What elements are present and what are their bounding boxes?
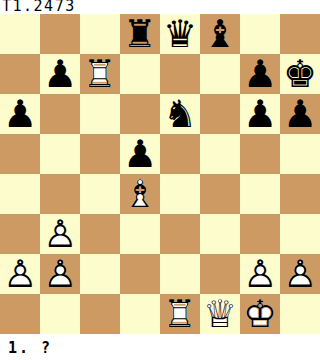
square-b6[interactable]	[40, 94, 80, 134]
white-pawn-outline: ♙	[40, 214, 80, 254]
piece-white-bishop[interactable]: ♝♗	[120, 174, 160, 214]
square-e8[interactable]: ♛	[160, 14, 200, 54]
square-e1[interactable]: ♜♖	[160, 294, 200, 334]
piece-white-king[interactable]: ♚♔	[240, 294, 280, 334]
square-f3[interactable]	[200, 214, 240, 254]
square-a5[interactable]	[0, 134, 40, 174]
square-e2[interactable]	[160, 254, 200, 294]
piece-white-rook[interactable]: ♜♖	[80, 54, 120, 94]
square-a2[interactable]: ♟♙	[0, 254, 40, 294]
square-g6[interactable]: ♟	[240, 94, 280, 134]
piece-black-pawn[interactable]: ♟	[40, 54, 80, 94]
square-d6[interactable]	[120, 94, 160, 134]
square-f6[interactable]	[200, 94, 240, 134]
white-queen-outline: ♕	[200, 294, 240, 334]
piece-black-pawn[interactable]: ♟	[120, 134, 160, 174]
square-h8[interactable]	[280, 14, 320, 54]
square-e5[interactable]	[160, 134, 200, 174]
square-e7[interactable]	[160, 54, 200, 94]
square-d1[interactable]	[120, 294, 160, 334]
piece-black-rook[interactable]: ♜	[120, 14, 160, 54]
white-king-outline: ♔	[240, 294, 280, 334]
piece-white-pawn[interactable]: ♟♙	[40, 254, 80, 294]
square-c4[interactable]	[80, 174, 120, 214]
square-h1[interactable]	[280, 294, 320, 334]
square-b7[interactable]: ♟	[40, 54, 80, 94]
chess-puzzle-app: T1.2473 ♜♛♝♟♜♖♟♚♟♞♟♟♟♝♗♟♙♟♙♟♙♟♙♟♙♜♖♛♕♚♔ …	[0, 0, 320, 360]
white-rook-outline: ♖	[80, 54, 120, 94]
square-g4[interactable]	[240, 174, 280, 214]
square-c7[interactable]: ♜♖	[80, 54, 120, 94]
square-a8[interactable]	[0, 14, 40, 54]
square-h3[interactable]	[280, 214, 320, 254]
square-c6[interactable]	[80, 94, 120, 134]
piece-black-pawn[interactable]: ♟	[0, 94, 40, 134]
white-pawn-outline: ♙	[0, 254, 40, 294]
white-bishop-outline: ♗	[120, 174, 160, 214]
square-c1[interactable]	[80, 294, 120, 334]
piece-white-pawn[interactable]: ♟♙	[40, 214, 80, 254]
square-g8[interactable]	[240, 14, 280, 54]
square-d5[interactable]: ♟	[120, 134, 160, 174]
piece-black-king[interactable]: ♚	[280, 54, 320, 94]
piece-black-pawn[interactable]: ♟	[280, 94, 320, 134]
square-e6[interactable]: ♞	[160, 94, 200, 134]
square-b4[interactable]	[40, 174, 80, 214]
square-g3[interactable]	[240, 214, 280, 254]
piece-black-pawn[interactable]: ♟	[240, 94, 280, 134]
chess-board: ♜♛♝♟♜♖♟♚♟♞♟♟♟♝♗♟♙♟♙♟♙♟♙♟♙♜♖♛♕♚♔	[0, 14, 320, 334]
square-f5[interactable]	[200, 134, 240, 174]
white-pawn-outline: ♙	[280, 254, 320, 294]
square-a1[interactable]	[0, 294, 40, 334]
square-f4[interactable]	[200, 174, 240, 214]
square-a3[interactable]	[0, 214, 40, 254]
square-h4[interactable]	[280, 174, 320, 214]
square-a4[interactable]	[0, 174, 40, 214]
square-h7[interactable]: ♚	[280, 54, 320, 94]
square-b8[interactable]	[40, 14, 80, 54]
square-c3[interactable]	[80, 214, 120, 254]
piece-black-knight[interactable]: ♞	[160, 94, 200, 134]
piece-white-pawn[interactable]: ♟♙	[280, 254, 320, 294]
square-c5[interactable]	[80, 134, 120, 174]
piece-white-rook[interactable]: ♜♖	[160, 294, 200, 334]
square-b1[interactable]	[40, 294, 80, 334]
square-b3[interactable]: ♟♙	[40, 214, 80, 254]
square-f7[interactable]	[200, 54, 240, 94]
square-h2[interactable]: ♟♙	[280, 254, 320, 294]
square-h6[interactable]: ♟	[280, 94, 320, 134]
square-c8[interactable]	[80, 14, 120, 54]
piece-white-queen[interactable]: ♛♕	[200, 294, 240, 334]
square-g2[interactable]: ♟♙	[240, 254, 280, 294]
white-pawn-outline: ♙	[40, 254, 80, 294]
square-b2[interactable]: ♟♙	[40, 254, 80, 294]
move-prompt: 1. ?	[0, 339, 320, 357]
puzzle-title: T1.2473	[0, 0, 320, 14]
square-g5[interactable]	[240, 134, 280, 174]
square-d7[interactable]	[120, 54, 160, 94]
square-g1[interactable]: ♚♔	[240, 294, 280, 334]
piece-white-pawn[interactable]: ♟♙	[240, 254, 280, 294]
piece-black-pawn[interactable]: ♟	[240, 54, 280, 94]
square-d2[interactable]	[120, 254, 160, 294]
square-f1[interactable]: ♛♕	[200, 294, 240, 334]
square-a6[interactable]: ♟	[0, 94, 40, 134]
square-d8[interactable]: ♜	[120, 14, 160, 54]
square-c2[interactable]	[80, 254, 120, 294]
square-h5[interactable]	[280, 134, 320, 174]
square-d4[interactable]: ♝♗	[120, 174, 160, 214]
piece-black-bishop[interactable]: ♝	[200, 14, 240, 54]
white-rook-outline: ♖	[160, 294, 200, 334]
square-e3[interactable]	[160, 214, 200, 254]
square-b5[interactable]	[40, 134, 80, 174]
square-f8[interactable]: ♝	[200, 14, 240, 54]
white-pawn-outline: ♙	[240, 254, 280, 294]
square-f2[interactable]	[200, 254, 240, 294]
square-d3[interactable]	[120, 214, 160, 254]
square-e4[interactable]	[160, 174, 200, 214]
piece-black-queen[interactable]: ♛	[160, 14, 200, 54]
square-g7[interactable]: ♟	[240, 54, 280, 94]
piece-white-pawn[interactable]: ♟♙	[0, 254, 40, 294]
square-a7[interactable]	[0, 54, 40, 94]
